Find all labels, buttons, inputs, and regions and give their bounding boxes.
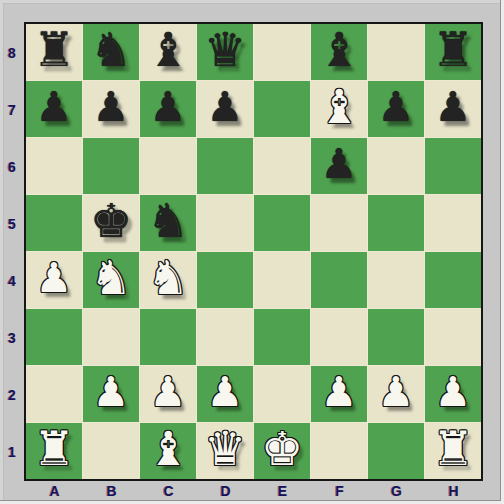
square-c3[interactable]	[140, 309, 196, 365]
piece-white-queen[interactable]: ♛	[204, 421, 246, 477]
piece-white-pawn[interactable]: ♟	[435, 364, 472, 420]
square-e2[interactable]	[254, 366, 310, 422]
square-h8[interactable]: ♜	[425, 24, 481, 80]
square-g4[interactable]	[368, 252, 424, 308]
square-g8[interactable]	[368, 24, 424, 80]
square-e5[interactable]	[254, 195, 310, 251]
square-a3[interactable]	[26, 309, 82, 365]
piece-black-pawn[interactable]: ♟	[321, 136, 358, 192]
square-a1[interactable]: ♜	[26, 423, 82, 479]
square-f8[interactable]: ♝	[311, 24, 367, 80]
square-a5[interactable]	[26, 195, 82, 251]
piece-black-king[interactable]: ♚	[90, 193, 132, 249]
square-g3[interactable]	[368, 309, 424, 365]
square-e8[interactable]	[254, 24, 310, 80]
square-d4[interactable]	[197, 252, 253, 308]
square-f5[interactable]	[311, 195, 367, 251]
square-e3[interactable]	[254, 309, 310, 365]
piece-white-pawn[interactable]: ♟	[378, 364, 415, 420]
square-e6[interactable]	[254, 138, 310, 194]
square-h3[interactable]	[425, 309, 481, 365]
square-h5[interactable]	[425, 195, 481, 251]
file-label-h: H	[425, 480, 482, 502]
square-e4[interactable]	[254, 252, 310, 308]
piece-black-pawn[interactable]: ♟	[93, 79, 130, 135]
rank-labels: 87654321	[0, 24, 24, 481]
piece-black-bishop[interactable]: ♝	[147, 22, 189, 78]
piece-black-queen[interactable]: ♛	[204, 22, 246, 78]
square-d1[interactable]: ♛	[197, 423, 253, 479]
square-g7[interactable]: ♟	[368, 81, 424, 137]
file-label-c: C	[140, 480, 197, 502]
square-h4[interactable]	[425, 252, 481, 308]
piece-white-knight[interactable]: ♞	[147, 250, 189, 306]
square-b8[interactable]: ♞	[83, 24, 139, 80]
piece-white-pawn[interactable]: ♟	[36, 250, 73, 306]
rank-label-3: 3	[0, 309, 24, 366]
square-b2[interactable]: ♟	[83, 366, 139, 422]
piece-black-pawn[interactable]: ♟	[378, 79, 415, 135]
piece-white-pawn[interactable]: ♟	[321, 364, 358, 420]
rank-label-7: 7	[0, 81, 24, 138]
rank-label-6: 6	[0, 138, 24, 195]
square-g2[interactable]: ♟	[368, 366, 424, 422]
piece-black-pawn[interactable]: ♟	[150, 79, 187, 135]
square-g5[interactable]	[368, 195, 424, 251]
square-c6[interactable]	[140, 138, 196, 194]
square-b3[interactable]	[83, 309, 139, 365]
square-c4[interactable]: ♞	[140, 252, 196, 308]
square-g1[interactable]	[368, 423, 424, 479]
rank-label-2: 2	[0, 366, 24, 423]
square-a8[interactable]: ♜	[26, 24, 82, 80]
square-h1[interactable]: ♜	[425, 423, 481, 479]
square-a2[interactable]	[26, 366, 82, 422]
piece-white-pawn[interactable]: ♟	[93, 364, 130, 420]
rank-label-1: 1	[0, 423, 24, 480]
piece-white-rook[interactable]: ♜	[33, 421, 75, 477]
file-label-d: D	[197, 480, 254, 502]
square-c8[interactable]: ♝	[140, 24, 196, 80]
square-a6[interactable]	[26, 138, 82, 194]
square-h7[interactable]: ♟	[425, 81, 481, 137]
piece-black-rook[interactable]: ♜	[432, 22, 474, 78]
square-c2[interactable]: ♟	[140, 366, 196, 422]
square-b4[interactable]: ♞	[83, 252, 139, 308]
rank-label-8: 8	[0, 24, 24, 81]
square-f6[interactable]: ♟	[311, 138, 367, 194]
square-h6[interactable]	[425, 138, 481, 194]
rank-label-5: 5	[0, 195, 24, 252]
square-b5[interactable]: ♚	[83, 195, 139, 251]
square-f7[interactable]: ♝	[311, 81, 367, 137]
square-d2[interactable]: ♟	[197, 366, 253, 422]
square-b6[interactable]	[83, 138, 139, 194]
square-c7[interactable]: ♟	[140, 81, 196, 137]
chess-diagram-frame: ♜♞♝♛♝♜♟♟♟♟♝♟♟♟♚♞♟♞♞♟♟♟♟♟♟♜♝♛♚♜ 87654321 …	[0, 0, 504, 504]
square-e1[interactable]: ♚	[254, 423, 310, 479]
file-label-e: E	[254, 480, 311, 502]
square-d3[interactable]	[197, 309, 253, 365]
piece-black-pawn[interactable]: ♟	[36, 79, 73, 135]
piece-white-pawn[interactable]: ♟	[150, 364, 187, 420]
piece-black-knight[interactable]: ♞	[90, 22, 132, 78]
square-a7[interactable]: ♟	[26, 81, 82, 137]
rank-label-4: 4	[0, 252, 24, 309]
square-e7[interactable]	[254, 81, 310, 137]
square-f4[interactable]	[311, 252, 367, 308]
square-b1[interactable]	[83, 423, 139, 479]
file-label-a: A	[26, 480, 83, 502]
square-c5[interactable]: ♞	[140, 195, 196, 251]
file-label-f: F	[311, 480, 368, 502]
piece-white-king[interactable]: ♚	[261, 421, 303, 477]
piece-white-bishop[interactable]: ♝	[147, 421, 189, 477]
piece-black-rook[interactable]: ♜	[33, 22, 75, 78]
file-label-b: B	[83, 480, 140, 502]
square-a4[interactable]: ♟	[26, 252, 82, 308]
piece-black-pawn[interactable]: ♟	[207, 79, 244, 135]
square-d8[interactable]: ♛	[197, 24, 253, 80]
chess-board: ♜♞♝♛♝♜♟♟♟♟♝♟♟♟♚♞♟♞♞♟♟♟♟♟♟♜♝♛♚♜	[24, 22, 483, 481]
file-label-g: G	[368, 480, 425, 502]
square-f3[interactable]	[311, 309, 367, 365]
piece-black-bishop[interactable]: ♝	[318, 22, 360, 78]
piece-white-pawn[interactable]: ♟	[207, 364, 244, 420]
piece-black-knight[interactable]: ♞	[147, 193, 189, 249]
piece-white-rook[interactable]: ♜	[432, 421, 474, 477]
piece-white-knight[interactable]: ♞	[90, 250, 132, 306]
square-g6[interactable]	[368, 138, 424, 194]
square-d5[interactable]	[197, 195, 253, 251]
square-f1[interactable]	[311, 423, 367, 479]
square-h2[interactable]: ♟	[425, 366, 481, 422]
square-d6[interactable]	[197, 138, 253, 194]
piece-white-bishop[interactable]: ♝	[318, 79, 360, 135]
square-d7[interactable]: ♟	[197, 81, 253, 137]
piece-black-pawn[interactable]: ♟	[435, 79, 472, 135]
square-f2[interactable]: ♟	[311, 366, 367, 422]
square-c1[interactable]: ♝	[140, 423, 196, 479]
square-b7[interactable]: ♟	[83, 81, 139, 137]
file-labels: ABCDEFGH	[26, 480, 482, 502]
